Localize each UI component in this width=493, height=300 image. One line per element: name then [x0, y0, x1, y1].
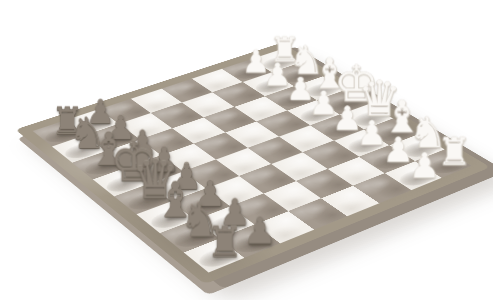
- piece-shadow: [114, 144, 161, 166]
- chess-set-photo: ♜♟♟♜♞♟♟♞♝♟♟♝♚♟♟♚♛♟♟♛♝♟♟♝♞♟♟♞♜♟♟♜: [0, 0, 493, 300]
- piece-white-rook: ♜: [434, 133, 474, 171]
- board-grid: ♜♟♟♜♞♟♟♞♝♟♟♝♚♟♟♚♛♟♟♛♝♟♟♝♞♟♟♞♜♟♟♜: [33, 50, 472, 272]
- scene: ♜♟♟♜♞♟♟♞♝♟♟♝♚♟♟♚♛♟♟♛♝♟♟♝♞♟♟♞♜♟♟♜: [0, 0, 493, 300]
- chess-board: ♜♟♟♜♞♟♟♞♝♟♟♝♚♟♟♚♛♟♟♛♝♟♟♝♞♟♟♞♜♟♟♜: [15, 43, 490, 284]
- board-border: ♜♟♟♜♞♟♟♞♝♟♟♝♚♟♟♚♛♟♟♛♝♟♟♝♞♟♟♞♜♟♟♜: [15, 43, 490, 284]
- square-a1: ♜: [415, 149, 472, 177]
